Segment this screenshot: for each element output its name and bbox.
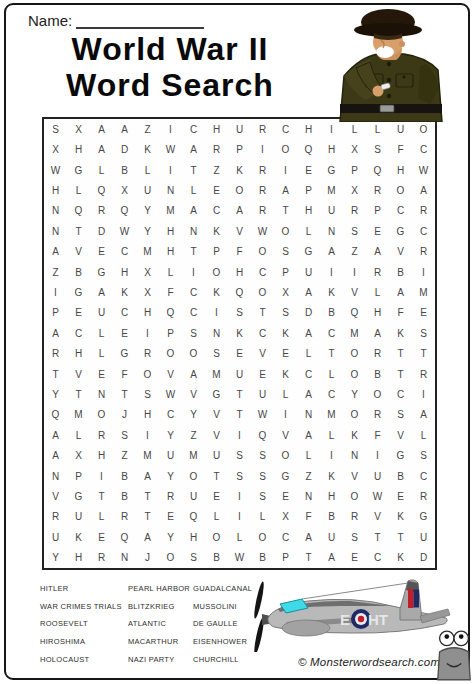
- grid-cell-r7c8[interactable]: P: [205, 241, 228, 261]
- grid-cell-r2c1[interactable]: X: [44, 139, 67, 159]
- grid-cell-r3c2[interactable]: G: [67, 160, 90, 180]
- grid-cell-r6c7[interactable]: N: [182, 221, 205, 241]
- grid-cell-r17c16[interactable]: G: [389, 446, 412, 466]
- grid-cell-r3c1[interactable]: W: [44, 160, 67, 180]
- grid-cell-r4c11[interactable]: A: [274, 180, 297, 200]
- grid-cell-r17c10[interactable]: S: [251, 446, 274, 466]
- grid-cell-r5c2[interactable]: Q: [67, 201, 90, 221]
- grid-cell-r15c4[interactable]: J: [113, 405, 136, 425]
- word-list-item[interactable]: GUADALCANAL: [193, 580, 271, 598]
- grid-cell-r12c4[interactable]: G: [113, 343, 136, 363]
- grid-cell-r10c17[interactable]: E: [412, 303, 435, 323]
- grid-cell-r11c6[interactable]: P: [159, 323, 182, 343]
- grid-cell-r6c9[interactable]: V: [228, 221, 251, 241]
- grid-cell-r14c9[interactable]: T: [228, 384, 251, 404]
- grid-cell-r20c14[interactable]: R: [343, 507, 366, 527]
- grid-cell-r21c1[interactable]: U: [44, 527, 67, 547]
- grid-cell-r22c15[interactable]: C: [366, 548, 389, 568]
- grid-cell-r12c6[interactable]: O: [159, 343, 182, 363]
- grid-cell-r20c6[interactable]: E: [159, 507, 182, 527]
- grid-cell-r6c4[interactable]: W: [113, 221, 136, 241]
- grid-cell-r12c17[interactable]: T: [412, 343, 435, 363]
- grid-cell-r4c8[interactable]: E: [205, 180, 228, 200]
- word-list-item[interactable]: HIROSHIMA: [40, 633, 128, 651]
- grid-cell-r18c13[interactable]: K: [320, 466, 343, 486]
- grid-cell-r8c14[interactable]: I: [343, 262, 366, 282]
- grid-cell-r16c17[interactable]: L: [412, 425, 435, 445]
- grid-cell-r21c5[interactable]: A: [136, 527, 159, 547]
- grid-cell-r21c13[interactable]: U: [320, 527, 343, 547]
- grid-cell-r12c2[interactable]: H: [67, 343, 90, 363]
- name-blank-line[interactable]: [76, 12, 204, 29]
- grid-cell-r14c16[interactable]: C: [389, 384, 412, 404]
- grid-cell-r10c15[interactable]: H: [366, 303, 389, 323]
- grid-cell-r6c10[interactable]: W: [251, 221, 274, 241]
- grid-cell-r20c5[interactable]: T: [136, 507, 159, 527]
- grid-cell-r18c2[interactable]: P: [67, 466, 90, 486]
- grid-cell-r21c12[interactable]: A: [297, 527, 320, 547]
- grid-cell-r3c16[interactable]: H: [389, 160, 412, 180]
- grid-cell-r22c11[interactable]: P: [274, 548, 297, 568]
- grid-cell-r2c10[interactable]: I: [251, 139, 274, 159]
- grid-cell-r14c10[interactable]: U: [251, 384, 274, 404]
- grid-cell-r5c4[interactable]: Q: [113, 201, 136, 221]
- grid-cell-r19c10[interactable]: S: [251, 486, 274, 506]
- grid-cell-r16c12[interactable]: A: [297, 425, 320, 445]
- grid-cell-r18c9[interactable]: S: [228, 466, 251, 486]
- grid-cell-r21c10[interactable]: O: [251, 527, 274, 547]
- grid-cell-r1c5[interactable]: Z: [136, 119, 159, 139]
- word-list-item[interactable]: HITLER: [40, 580, 128, 598]
- grid-cell-r13c8[interactable]: M: [205, 364, 228, 384]
- grid-cell-r9c3[interactable]: A: [90, 282, 113, 302]
- grid-cell-r19c4[interactable]: B: [113, 486, 136, 506]
- grid-cell-r22c5[interactable]: J: [136, 548, 159, 568]
- grid-cell-r10c8[interactable]: I: [205, 303, 228, 323]
- grid-cell-r11c7[interactable]: S: [182, 323, 205, 343]
- grid-cell-r6c17[interactable]: C: [412, 221, 435, 241]
- grid-cell-r6c15[interactable]: E: [366, 221, 389, 241]
- grid-cell-r12c15[interactable]: R: [366, 343, 389, 363]
- grid-cell-r10c9[interactable]: S: [228, 303, 251, 323]
- grid-cell-r12c9[interactable]: E: [228, 343, 251, 363]
- grid-cell-r19c3[interactable]: T: [90, 486, 113, 506]
- grid-cell-r13c13[interactable]: L: [320, 364, 343, 384]
- grid-cell-r19c17[interactable]: R: [412, 486, 435, 506]
- grid-cell-r9c10[interactable]: O: [251, 282, 274, 302]
- grid-cell-r9c11[interactable]: X: [274, 282, 297, 302]
- grid-cell-r18c8[interactable]: T: [205, 466, 228, 486]
- grid-cell-r4c14[interactable]: X: [343, 180, 366, 200]
- grid-cell-r13c9[interactable]: U: [228, 364, 251, 384]
- grid-cell-r17c5[interactable]: M: [136, 446, 159, 466]
- grid-cell-r9c16[interactable]: A: [389, 282, 412, 302]
- grid-cell-r11c12[interactable]: A: [297, 323, 320, 343]
- grid-cell-r10c12[interactable]: D: [297, 303, 320, 323]
- grid-cell-r17c4[interactable]: Z: [113, 446, 136, 466]
- grid-cell-r2c4[interactable]: D: [113, 139, 136, 159]
- grid-cell-r15c9[interactable]: T: [228, 405, 251, 425]
- grid-cell-r1c17[interactable]: O: [412, 119, 435, 139]
- grid-cell-r19c8[interactable]: E: [205, 486, 228, 506]
- grid-cell-r3c15[interactable]: Q: [366, 160, 389, 180]
- grid-cell-r9c5[interactable]: X: [136, 282, 159, 302]
- grid-cell-r21c6[interactable]: Y: [159, 527, 182, 547]
- grid-cell-r19c1[interactable]: V: [44, 486, 67, 506]
- grid-cell-r15c15[interactable]: R: [366, 405, 389, 425]
- grid-cell-r11c14[interactable]: M: [343, 323, 366, 343]
- grid-cell-r18c4[interactable]: B: [113, 466, 136, 486]
- grid-cell-r3c17[interactable]: W: [412, 160, 435, 180]
- grid-cell-r17c13[interactable]: I: [320, 446, 343, 466]
- grid-cell-r15c13[interactable]: M: [320, 405, 343, 425]
- grid-cell-r16c5[interactable]: I: [136, 425, 159, 445]
- grid-cell-r5c5[interactable]: Y: [136, 201, 159, 221]
- grid-cell-r6c1[interactable]: N: [44, 221, 67, 241]
- grid-cell-r4c16[interactable]: O: [389, 180, 412, 200]
- grid-cell-r6c11[interactable]: O: [274, 221, 297, 241]
- grid-cell-r8c7[interactable]: I: [182, 262, 205, 282]
- grid-cell-r5c17[interactable]: R: [412, 201, 435, 221]
- grid-cell-r16c1[interactable]: A: [44, 425, 67, 445]
- grid-cell-r6c3[interactable]: D: [90, 221, 113, 241]
- grid-cell-r20c7[interactable]: Q: [182, 507, 205, 527]
- grid-cell-r9c14[interactable]: V: [343, 282, 366, 302]
- grid-cell-r20c10[interactable]: L: [251, 507, 274, 527]
- grid-cell-r7c14[interactable]: Z: [343, 241, 366, 261]
- grid-cell-r4c15[interactable]: R: [366, 180, 389, 200]
- grid-cell-r18c3[interactable]: I: [90, 466, 113, 486]
- grid-cell-r14c13[interactable]: C: [320, 384, 343, 404]
- grid-cell-r15c6[interactable]: C: [159, 405, 182, 425]
- grid-cell-r1c10[interactable]: R: [251, 119, 274, 139]
- grid-cell-r2c8[interactable]: R: [205, 139, 228, 159]
- grid-cell-r22c4[interactable]: N: [113, 548, 136, 568]
- grid-cell-r17c8[interactable]: U: [205, 446, 228, 466]
- grid-cell-r1c7[interactable]: C: [182, 119, 205, 139]
- grid-cell-r14c15[interactable]: O: [366, 384, 389, 404]
- grid-cell-r22c12[interactable]: T: [297, 548, 320, 568]
- grid-cell-r5c1[interactable]: N: [44, 201, 67, 221]
- grid-cell-r12c3[interactable]: L: [90, 343, 113, 363]
- grid-cell-r15c7[interactable]: Y: [182, 405, 205, 425]
- grid-cell-r15c8[interactable]: V: [205, 405, 228, 425]
- grid-cell-r8c5[interactable]: X: [136, 262, 159, 282]
- grid-cell-r10c7[interactable]: C: [182, 303, 205, 323]
- grid-cell-r12c11[interactable]: E: [274, 343, 297, 363]
- grid-cell-r2c13[interactable]: H: [320, 139, 343, 159]
- grid-cell-r20c17[interactable]: G: [412, 507, 435, 527]
- grid-cell-r13c17[interactable]: R: [412, 364, 435, 384]
- grid-cell-r21c3[interactable]: E: [90, 527, 113, 547]
- grid-cell-r18c17[interactable]: C: [412, 466, 435, 486]
- grid-cell-r8c6[interactable]: L: [159, 262, 182, 282]
- word-list-item[interactable]: MUSSOLINI: [193, 598, 271, 616]
- grid-cell-r7c15[interactable]: A: [366, 241, 389, 261]
- grid-cell-r18c7[interactable]: O: [182, 466, 205, 486]
- grid-cell-r4c10[interactable]: R: [251, 180, 274, 200]
- grid-cell-r12c1[interactable]: R: [44, 343, 67, 363]
- grid-cell-r4c12[interactable]: P: [297, 180, 320, 200]
- grid-cell-r5c10[interactable]: R: [251, 201, 274, 221]
- grid-cell-r13c12[interactable]: C: [297, 364, 320, 384]
- grid-cell-r20c12[interactable]: F: [297, 507, 320, 527]
- grid-cell-r4c13[interactable]: M: [320, 180, 343, 200]
- grid-cell-r7c5[interactable]: M: [136, 241, 159, 261]
- grid-cell-r4c17[interactable]: A: [412, 180, 435, 200]
- grid-cell-r16c8[interactable]: V: [205, 425, 228, 445]
- word-list-item[interactable]: MACARTHUR: [128, 633, 193, 651]
- grid-cell-r20c9[interactable]: I: [228, 507, 251, 527]
- grid-cell-r17c11[interactable]: O: [274, 446, 297, 466]
- grid-cell-r2c12[interactable]: Q: [297, 139, 320, 159]
- grid-cell-r11c16[interactable]: K: [389, 323, 412, 343]
- grid-cell-r7c9[interactable]: F: [228, 241, 251, 261]
- grid-cell-r3c13[interactable]: G: [320, 160, 343, 180]
- grid-cell-r6c8[interactable]: K: [205, 221, 228, 241]
- grid-cell-r8c17[interactable]: I: [412, 262, 435, 282]
- grid-cell-r4c4[interactable]: X: [113, 180, 136, 200]
- grid-cell-r2c16[interactable]: F: [389, 139, 412, 159]
- grid-cell-r5c11[interactable]: T: [274, 201, 297, 221]
- grid-cell-r15c14[interactable]: O: [343, 405, 366, 425]
- grid-cell-r14c11[interactable]: L: [274, 384, 297, 404]
- grid-cell-r4c2[interactable]: L: [67, 180, 90, 200]
- grid-cell-r17c6[interactable]: U: [159, 446, 182, 466]
- grid-cell-r11c13[interactable]: C: [320, 323, 343, 343]
- grid-cell-r17c7[interactable]: M: [182, 446, 205, 466]
- grid-cell-r21c11[interactable]: C: [274, 527, 297, 547]
- grid-cell-r21c2[interactable]: K: [67, 527, 90, 547]
- grid-cell-r15c17[interactable]: A: [412, 405, 435, 425]
- grid-cell-r20c8[interactable]: L: [205, 507, 228, 527]
- grid-cell-r6c2[interactable]: T: [67, 221, 90, 241]
- grid-cell-r3c9[interactable]: K: [228, 160, 251, 180]
- grid-cell-r6c5[interactable]: Y: [136, 221, 159, 241]
- grid-cell-r8c2[interactable]: B: [67, 262, 90, 282]
- grid-cell-r16c6[interactable]: Y: [159, 425, 182, 445]
- grid-cell-r3c3[interactable]: L: [90, 160, 113, 180]
- grid-cell-r19c14[interactable]: O: [343, 486, 366, 506]
- grid-cell-r10c1[interactable]: P: [44, 303, 67, 323]
- grid-cell-r22c13[interactable]: A: [320, 548, 343, 568]
- grid-cell-r21c15[interactable]: T: [366, 527, 389, 547]
- grid-cell-r19c16[interactable]: E: [389, 486, 412, 506]
- grid-cell-r13c15[interactable]: B: [366, 364, 389, 384]
- grid-cell-r16c4[interactable]: S: [113, 425, 136, 445]
- grid-cell-r19c15[interactable]: W: [366, 486, 389, 506]
- grid-cell-r15c3[interactable]: O: [90, 405, 113, 425]
- grid-cell-r21c9[interactable]: L: [228, 527, 251, 547]
- grid-cell-r6c6[interactable]: H: [159, 221, 182, 241]
- grid-cell-r13c7[interactable]: A: [182, 364, 205, 384]
- grid-cell-r5c6[interactable]: M: [159, 201, 182, 221]
- grid-cell-r16c14[interactable]: K: [343, 425, 366, 445]
- grid-cell-r10c2[interactable]: E: [67, 303, 90, 323]
- grid-cell-r15c11[interactable]: I: [274, 405, 297, 425]
- grid-cell-r5c7[interactable]: A: [182, 201, 205, 221]
- grid-cell-r3c7[interactable]: T: [182, 160, 205, 180]
- grid-cell-r20c3[interactable]: L: [90, 507, 113, 527]
- grid-cell-r1c3[interactable]: A: [90, 119, 113, 139]
- grid-cell-r11c8[interactable]: N: [205, 323, 228, 343]
- grid-cell-r8c1[interactable]: Z: [44, 262, 67, 282]
- grid-cell-r21c17[interactable]: U: [412, 527, 435, 547]
- grid-cell-r6c16[interactable]: G: [389, 221, 412, 241]
- grid-cell-r7c4[interactable]: C: [113, 241, 136, 261]
- grid-cell-r10c13[interactable]: B: [320, 303, 343, 323]
- grid-cell-r2c11[interactable]: O: [274, 139, 297, 159]
- grid-cell-r9c1[interactable]: I: [44, 282, 67, 302]
- grid-cell-r22c9[interactable]: W: [228, 548, 251, 568]
- grid-cell-r5c15[interactable]: P: [366, 201, 389, 221]
- grid-cell-r10c10[interactable]: T: [251, 303, 274, 323]
- grid-cell-r7c1[interactable]: A: [44, 241, 67, 261]
- grid-cell-r13c4[interactable]: F: [113, 364, 136, 384]
- grid-cell-r6c12[interactable]: L: [297, 221, 320, 241]
- grid-cell-r11c5[interactable]: I: [136, 323, 159, 343]
- word-list-item[interactable]: EISENHOWER: [193, 633, 271, 651]
- grid-cell-r21c8[interactable]: O: [205, 527, 228, 547]
- grid-cell-r17c2[interactable]: X: [67, 446, 90, 466]
- grid-cell-r11c15[interactable]: A: [366, 323, 389, 343]
- grid-cell-r12c10[interactable]: V: [251, 343, 274, 363]
- grid-cell-r2c5[interactable]: K: [136, 139, 159, 159]
- grid-cell-r2c9[interactable]: P: [228, 139, 251, 159]
- grid-cell-r1c1[interactable]: S: [44, 119, 67, 139]
- grid-cell-r14c4[interactable]: T: [113, 384, 136, 404]
- grid-cell-r10c3[interactable]: U: [90, 303, 113, 323]
- grid-cell-r22c10[interactable]: B: [251, 548, 274, 568]
- grid-cell-r19c11[interactable]: E: [274, 486, 297, 506]
- grid-cell-r11c10[interactable]: C: [251, 323, 274, 343]
- grid-cell-r9c12[interactable]: A: [297, 282, 320, 302]
- grid-cell-r18c1[interactable]: N: [44, 466, 67, 486]
- word-list-item[interactable]: HOLOCAUST: [40, 650, 128, 668]
- grid-cell-r4c3[interactable]: Q: [90, 180, 113, 200]
- grid-cell-r1c4[interactable]: A: [113, 119, 136, 139]
- grid-cell-r1c12[interactable]: H: [297, 119, 320, 139]
- grid-cell-r19c7[interactable]: U: [182, 486, 205, 506]
- grid-cell-r9c9[interactable]: Q: [228, 282, 251, 302]
- grid-cell-r15c10[interactable]: W: [251, 405, 274, 425]
- grid-cell-r11c4[interactable]: E: [113, 323, 136, 343]
- grid-cell-r9c4[interactable]: K: [113, 282, 136, 302]
- grid-cell-r10c16[interactable]: F: [389, 303, 412, 323]
- grid-cell-r13c2[interactable]: V: [67, 364, 90, 384]
- grid-cell-r7c16[interactable]: V: [389, 241, 412, 261]
- grid-cell-r3c12[interactable]: E: [297, 160, 320, 180]
- grid-cell-r2c17[interactable]: C: [412, 139, 435, 159]
- grid-cell-r13c11[interactable]: K: [274, 364, 297, 384]
- grid-cell-r20c1[interactable]: R: [44, 507, 67, 527]
- grid-cell-r10c6[interactable]: Q: [159, 303, 182, 323]
- grid-cell-r15c12[interactable]: N: [297, 405, 320, 425]
- grid-cell-r8c4[interactable]: H: [113, 262, 136, 282]
- grid-cell-r20c2[interactable]: U: [67, 507, 90, 527]
- grid-cell-r11c11[interactable]: K: [274, 323, 297, 343]
- grid-cell-r18c5[interactable]: A: [136, 466, 159, 486]
- grid-cell-r8c12[interactable]: U: [297, 262, 320, 282]
- grid-cell-r12c8[interactable]: S: [205, 343, 228, 363]
- grid-cell-r14c3[interactable]: N: [90, 384, 113, 404]
- grid-cell-r16c7[interactable]: Z: [182, 425, 205, 445]
- grid-cell-r3c8[interactable]: Z: [205, 160, 228, 180]
- grid-cell-r7c3[interactable]: E: [90, 241, 113, 261]
- word-list-item[interactable]: NAZI PARTY: [128, 650, 193, 668]
- grid-cell-r5c14[interactable]: R: [343, 201, 366, 221]
- grid-cell-r12c16[interactable]: T: [389, 343, 412, 363]
- grid-cell-r12c14[interactable]: O: [343, 343, 366, 363]
- grid-cell-r5c8[interactable]: C: [205, 201, 228, 221]
- grid-cell-r5c13[interactable]: U: [320, 201, 343, 221]
- grid-cell-r2c15[interactable]: S: [366, 139, 389, 159]
- grid-cell-r16c16[interactable]: V: [389, 425, 412, 445]
- grid-cell-r10c11[interactable]: S: [274, 303, 297, 323]
- grid-cell-r4c9[interactable]: O: [228, 180, 251, 200]
- grid-cell-r19c12[interactable]: N: [297, 486, 320, 506]
- grid-cell-r2c2[interactable]: H: [67, 139, 90, 159]
- grid-cell-r3c14[interactable]: P: [343, 160, 366, 180]
- grid-cell-r9c8[interactable]: K: [205, 282, 228, 302]
- grid-cell-r18c12[interactable]: Z: [297, 466, 320, 486]
- grid-cell-r16c15[interactable]: F: [366, 425, 389, 445]
- grid-cell-r15c1[interactable]: Q: [44, 405, 67, 425]
- grid-cell-r4c5[interactable]: U: [136, 180, 159, 200]
- grid-cell-r13c14[interactable]: O: [343, 364, 366, 384]
- grid-cell-r4c6[interactable]: N: [159, 180, 182, 200]
- grid-cell-r22c7[interactable]: S: [182, 548, 205, 568]
- grid-cell-r21c4[interactable]: Q: [113, 527, 136, 547]
- grid-cell-r5c3[interactable]: R: [90, 201, 113, 221]
- grid-cell-r13c10[interactable]: E: [251, 364, 274, 384]
- grid-cell-r7c12[interactable]: G: [297, 241, 320, 261]
- grid-cell-r17c3[interactable]: H: [90, 446, 113, 466]
- grid-cell-r14c5[interactable]: S: [136, 384, 159, 404]
- grid-cell-r12c12[interactable]: L: [297, 343, 320, 363]
- grid-cell-r21c16[interactable]: T: [389, 527, 412, 547]
- grid-cell-r1c2[interactable]: X: [67, 119, 90, 139]
- grid-cell-r18c14[interactable]: V: [343, 466, 366, 486]
- grid-cell-r5c9[interactable]: A: [228, 201, 251, 221]
- grid-cell-r1c16[interactable]: U: [389, 119, 412, 139]
- grid-cell-r16c10[interactable]: Q: [251, 425, 274, 445]
- grid-cell-r9c6[interactable]: F: [159, 282, 182, 302]
- grid-cell-r11c2[interactable]: C: [67, 323, 90, 343]
- grid-cell-r10c4[interactable]: C: [113, 303, 136, 323]
- grid-cell-r8c16[interactable]: B: [389, 262, 412, 282]
- grid-cell-r14c14[interactable]: Y: [343, 384, 366, 404]
- grid-cell-r1c11[interactable]: C: [274, 119, 297, 139]
- grid-cell-r7c13[interactable]: A: [320, 241, 343, 261]
- grid-cell-r6c13[interactable]: N: [320, 221, 343, 241]
- grid-cell-r17c12[interactable]: L: [297, 446, 320, 466]
- grid-cell-r1c14[interactable]: L: [343, 119, 366, 139]
- grid-cell-r3c10[interactable]: R: [251, 160, 274, 180]
- grid-cell-r13c5[interactable]: O: [136, 364, 159, 384]
- grid-cell-r11c9[interactable]: K: [228, 323, 251, 343]
- grid-cell-r18c10[interactable]: S: [251, 466, 274, 486]
- grid-cell-r7c7[interactable]: T: [182, 241, 205, 261]
- grid-cell-r14c8[interactable]: G: [205, 384, 228, 404]
- grid-cell-r20c16[interactable]: K: [389, 507, 412, 527]
- grid-cell-r5c12[interactable]: H: [297, 201, 320, 221]
- grid-cell-r21c7[interactable]: H: [182, 527, 205, 547]
- grid-cell-r18c15[interactable]: U: [366, 466, 389, 486]
- grid-cell-r16c11[interactable]: V: [274, 425, 297, 445]
- grid-cell-r1c8[interactable]: H: [205, 119, 228, 139]
- grid-cell-r15c2[interactable]: M: [67, 405, 90, 425]
